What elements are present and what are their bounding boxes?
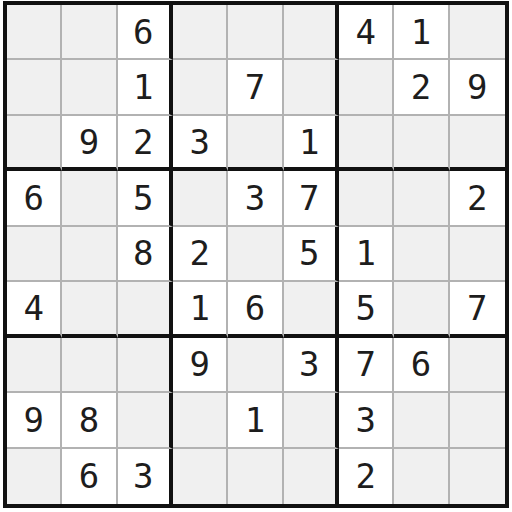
cell-r1c2[interactable] xyxy=(62,5,117,60)
cell-r5c7[interactable]: 1 xyxy=(339,227,394,282)
cell-r1c7[interactable]: 4 xyxy=(339,5,394,60)
cell-r5c3[interactable]: 8 xyxy=(118,227,173,282)
cell-r4c7[interactable] xyxy=(339,171,394,226)
cell-r1c4[interactable] xyxy=(173,5,228,60)
cell-r8c9[interactable] xyxy=(450,393,505,448)
cell-r9c6[interactable] xyxy=(284,449,339,504)
cell-r5c9[interactable] xyxy=(450,227,505,282)
cell-r5c2[interactable] xyxy=(62,227,117,282)
cell-r9c9[interactable] xyxy=(450,449,505,504)
cell-r2c5[interactable]: 7 xyxy=(228,60,283,115)
cell-r3c8[interactable] xyxy=(394,116,449,171)
cell-r9c1[interactable] xyxy=(7,449,62,504)
cell-r7c5[interactable] xyxy=(228,338,283,393)
cell-r3c5[interactable] xyxy=(228,116,283,171)
cell-r6c5[interactable]: 6 xyxy=(228,282,283,337)
sudoku-page: 641172992316537282514165793769813632 xyxy=(0,0,512,512)
cell-r1c9[interactable] xyxy=(450,5,505,60)
cell-r2c2[interactable] xyxy=(62,60,117,115)
cell-r5c8[interactable] xyxy=(394,227,449,282)
cell-r8c2[interactable]: 8 xyxy=(62,393,117,448)
cell-r1c6[interactable] xyxy=(284,5,339,60)
cell-r4c3[interactable]: 5 xyxy=(118,171,173,226)
cell-r4c8[interactable] xyxy=(394,171,449,226)
cell-r1c3[interactable]: 6 xyxy=(118,5,173,60)
cell-r7c4[interactable]: 9 xyxy=(173,338,228,393)
cell-r9c4[interactable] xyxy=(173,449,228,504)
cell-r6c6[interactable] xyxy=(284,282,339,337)
cell-r5c4[interactable]: 2 xyxy=(173,227,228,282)
cell-r8c1[interactable]: 9 xyxy=(7,393,62,448)
cell-r7c2[interactable] xyxy=(62,338,117,393)
cell-r2c4[interactable] xyxy=(173,60,228,115)
cell-r7c8[interactable]: 6 xyxy=(394,338,449,393)
cell-r6c4[interactable]: 1 xyxy=(173,282,228,337)
cell-r6c8[interactable] xyxy=(394,282,449,337)
cell-r2c7[interactable] xyxy=(339,60,394,115)
cell-r4c5[interactable]: 3 xyxy=(228,171,283,226)
cell-r5c6[interactable]: 5 xyxy=(284,227,339,282)
cell-r9c2[interactable]: 6 xyxy=(62,449,117,504)
cell-r8c3[interactable] xyxy=(118,393,173,448)
cell-r1c8[interactable]: 1 xyxy=(394,5,449,60)
cell-r7c9[interactable] xyxy=(450,338,505,393)
cell-r9c8[interactable] xyxy=(394,449,449,504)
cell-r3c1[interactable] xyxy=(7,116,62,171)
cell-r2c9[interactable]: 9 xyxy=(450,60,505,115)
cell-r3c4[interactable]: 3 xyxy=(173,116,228,171)
cell-r6c2[interactable] xyxy=(62,282,117,337)
cell-r3c2[interactable]: 9 xyxy=(62,116,117,171)
cell-r7c6[interactable]: 3 xyxy=(284,338,339,393)
cell-r3c3[interactable]: 2 xyxy=(118,116,173,171)
cell-r9c7[interactable]: 2 xyxy=(339,449,394,504)
cell-r3c6[interactable]: 1 xyxy=(284,116,339,171)
cell-r4c9[interactable]: 2 xyxy=(450,171,505,226)
cell-r6c1[interactable]: 4 xyxy=(7,282,62,337)
cell-r2c6[interactable] xyxy=(284,60,339,115)
cell-r7c1[interactable] xyxy=(7,338,62,393)
sudoku-board: 641172992316537282514165793769813632 xyxy=(3,1,509,508)
cell-r2c8[interactable]: 2 xyxy=(394,60,449,115)
cell-r1c5[interactable] xyxy=(228,5,283,60)
cell-r5c1[interactable] xyxy=(7,227,62,282)
cell-r2c3[interactable]: 1 xyxy=(118,60,173,115)
cell-r8c5[interactable]: 1 xyxy=(228,393,283,448)
cell-r3c9[interactable] xyxy=(450,116,505,171)
cell-r8c8[interactable] xyxy=(394,393,449,448)
cell-r4c2[interactable] xyxy=(62,171,117,226)
cell-r4c1[interactable]: 6 xyxy=(7,171,62,226)
cell-r6c3[interactable] xyxy=(118,282,173,337)
cell-r6c9[interactable]: 7 xyxy=(450,282,505,337)
cell-r4c4[interactable] xyxy=(173,171,228,226)
cell-r7c3[interactable] xyxy=(118,338,173,393)
cell-r9c5[interactable] xyxy=(228,449,283,504)
cell-r6c7[interactable]: 5 xyxy=(339,282,394,337)
cell-r1c1[interactable] xyxy=(7,5,62,60)
cell-r5c5[interactable] xyxy=(228,227,283,282)
cell-r8c6[interactable] xyxy=(284,393,339,448)
cell-r9c3[interactable]: 3 xyxy=(118,449,173,504)
cell-r3c7[interactable] xyxy=(339,116,394,171)
cell-r4c6[interactable]: 7 xyxy=(284,171,339,226)
cell-r8c7[interactable]: 3 xyxy=(339,393,394,448)
cell-r7c7[interactable]: 7 xyxy=(339,338,394,393)
cell-r2c1[interactable] xyxy=(7,60,62,115)
cell-r8c4[interactable] xyxy=(173,393,228,448)
